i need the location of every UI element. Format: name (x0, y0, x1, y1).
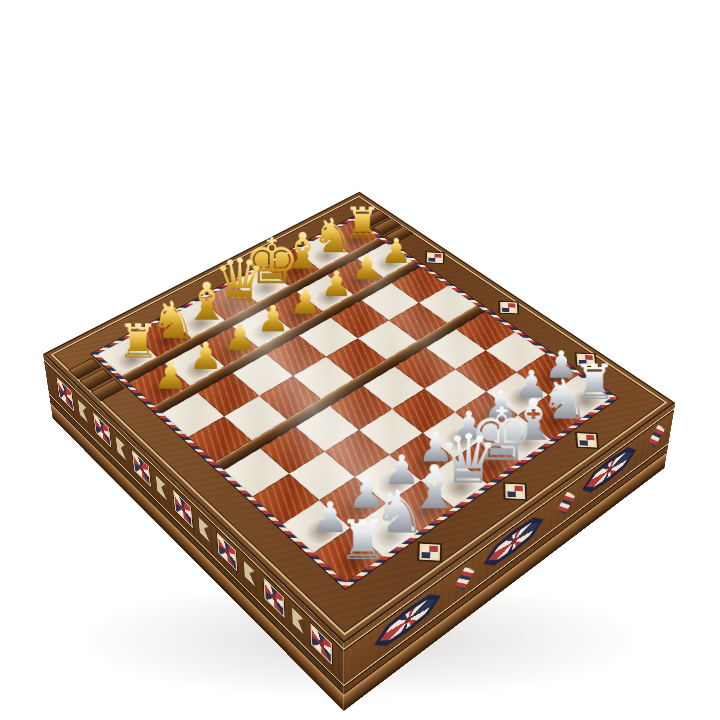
mosaic-hourglass-motif (292, 608, 304, 635)
piece-glyph-pawn: ♟ (321, 266, 353, 301)
frame-mosaic-diamond (502, 303, 516, 312)
corner-staircase-step-west (91, 379, 125, 401)
mosaic-hourglass-motif (156, 476, 167, 500)
corner-staircase-step-west (68, 358, 101, 380)
product-photo-scene: ♜♞♝♛♚♝♞♜♟♟♟♟♟♟♟♟♟♟♟♟♟♟♟♟♜♞♝♛♚♝♞♜ (0, 0, 720, 720)
piece-glyph-pawn: ♟ (223, 319, 256, 356)
frame-mosaic-diamond (579, 435, 595, 446)
piece-glyph-rook: ♜ (338, 513, 387, 567)
piece-glyph-pawn: ♟ (189, 337, 223, 374)
mosaic-rhombus-patch (556, 484, 576, 521)
mosaic-hourglass-motif (78, 400, 88, 423)
mosaic-hourglass-motif (198, 517, 209, 542)
piece-glyph-pawn: ♟ (153, 356, 187, 394)
piece-glyph-pawn: ♟ (289, 283, 321, 319)
frame-mosaic-diamond (428, 253, 441, 261)
piece-glyph-rook: ♜ (117, 318, 159, 365)
piece-glyph-pawn: ♟ (351, 250, 382, 285)
mosaic-hourglass-motif (244, 561, 255, 587)
frame-mosaic-diamond (421, 545, 437, 558)
piece-glyph-pawn: ♟ (381, 234, 412, 268)
mosaic-hourglass-motif (116, 437, 126, 461)
piece-glyph-pawn: ♟ (257, 301, 290, 337)
frame-mosaic-diamond (507, 485, 523, 497)
